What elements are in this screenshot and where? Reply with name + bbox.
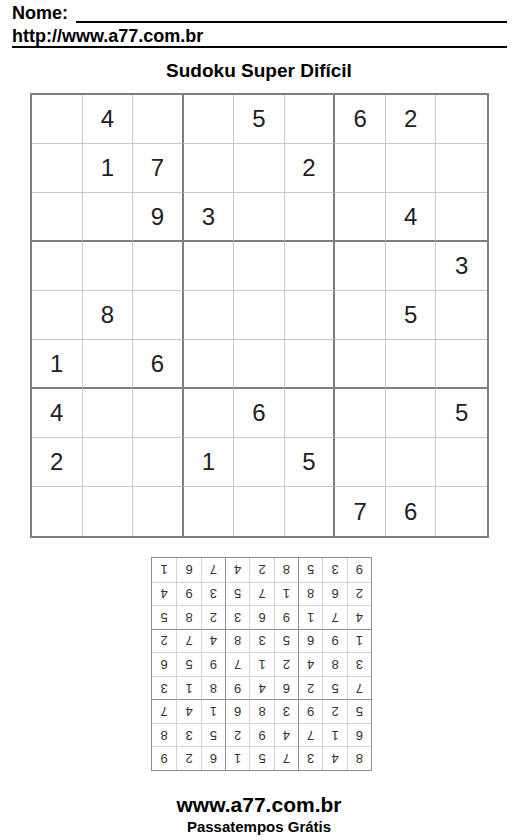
cell-r8c1[interactable]: 2	[32, 438, 83, 487]
solution-cell-r8c5: 7	[249, 582, 273, 606]
solution-cell-r6c8: 7	[176, 629, 200, 653]
cell-r6c8[interactable]	[386, 340, 437, 389]
cell-r1c7[interactable]: 6	[335, 95, 386, 144]
solution-cell-r6c5: 3	[249, 629, 273, 653]
solution-cell-r6c3: 6	[298, 629, 322, 653]
cell-r3c7[interactable]	[335, 193, 386, 242]
solution-cell-r5c9: 6	[152, 652, 176, 676]
solution-cell-r5c6: 7	[225, 652, 249, 676]
cell-r2c4[interactable]	[184, 144, 235, 193]
solution-cell-r9c1: 9	[347, 558, 371, 582]
cell-r7c9[interactable]: 5	[436, 389, 487, 438]
solution-cell-r9c3: 5	[298, 558, 322, 582]
cell-r2c7[interactable]	[335, 144, 386, 193]
cell-r7c5[interactable]: 6	[234, 389, 285, 438]
solution-cell-r4c5: 4	[249, 676, 273, 700]
solution-cell-r8c2: 6	[322, 582, 346, 606]
solution-cell-r4c8: 1	[176, 676, 200, 700]
cell-r5c8[interactable]: 5	[386, 291, 437, 340]
cell-r4c1[interactable]	[32, 242, 83, 291]
cell-r4c7[interactable]	[335, 242, 386, 291]
solution-cell-r6c6: 8	[225, 629, 249, 653]
cell-r4c2[interactable]	[83, 242, 134, 291]
cell-r5c4[interactable]	[184, 291, 235, 340]
solution-cell-r4c9: 3	[152, 676, 176, 700]
solution-cell-r9c4: 8	[274, 558, 298, 582]
cell-r2c1[interactable]	[32, 144, 83, 193]
solution-cell-r8c7: 3	[201, 582, 225, 606]
sudoku-grid: 45621729343851646521576	[30, 93, 489, 538]
solution-cell-r4c1: 7	[347, 676, 371, 700]
solution-cell-r3c7: 1	[201, 699, 225, 723]
solution-cell-r9c7: 7	[201, 558, 225, 582]
cell-r8c6[interactable]: 5	[285, 438, 336, 487]
cell-r2c9[interactable]	[436, 144, 487, 193]
cell-r9c3[interactable]	[133, 487, 184, 536]
solution-cell-r7c7: 2	[201, 605, 225, 629]
cell-r9c8[interactable]: 6	[386, 487, 437, 536]
solution-cell-r7c4: 9	[274, 605, 298, 629]
cell-r3c9[interactable]	[436, 193, 487, 242]
solution-cell-r4c7: 8	[201, 676, 225, 700]
cell-r9c4[interactable]	[184, 487, 235, 536]
solution-cell-r3c2: 2	[322, 699, 346, 723]
cell-r8c3[interactable]	[133, 438, 184, 487]
cell-r3c2[interactable]	[83, 193, 134, 242]
solution-cell-r2c2: 1	[322, 723, 346, 747]
cell-r9c5[interactable]	[234, 487, 285, 536]
cell-r6c2[interactable]	[83, 340, 134, 389]
solution-cell-r8c3: 8	[298, 582, 322, 606]
solution-cell-r4c4: 6	[274, 676, 298, 700]
cell-r4c8[interactable]	[386, 242, 437, 291]
cell-r2c2[interactable]: 1	[83, 144, 134, 193]
solution-cell-r1c2: 4	[322, 746, 346, 770]
cell-r1c1[interactable]	[32, 95, 83, 144]
solution-cell-r4c3: 2	[298, 676, 322, 700]
cell-r3c4[interactable]: 3	[184, 193, 235, 242]
solution-cell-r1c3: 3	[298, 746, 322, 770]
solution-cell-r3c9: 7	[152, 699, 176, 723]
solution-cell-r1c8: 2	[176, 746, 200, 770]
cell-r2c3[interactable]: 7	[133, 144, 184, 193]
solution-cell-r7c3: 1	[298, 605, 322, 629]
solution-cell-r9c8: 6	[176, 558, 200, 582]
cell-r8c9[interactable]	[436, 438, 487, 487]
cell-r3c8[interactable]: 4	[386, 193, 437, 242]
cell-r4c4[interactable]	[184, 242, 235, 291]
solution-cell-r2c3: 7	[298, 723, 322, 747]
cell-r5c5[interactable]	[234, 291, 285, 340]
cell-r1c3[interactable]	[133, 95, 184, 144]
cell-r3c6[interactable]	[285, 193, 336, 242]
solution-cell-r6c2: 9	[322, 629, 346, 653]
solution-cell-r7c6: 3	[225, 605, 249, 629]
solution-cell-r8c8: 9	[176, 582, 200, 606]
cell-r5c6[interactable]	[285, 291, 336, 340]
solution-cell-r7c2: 7	[322, 605, 346, 629]
solution-cell-r9c6: 4	[225, 558, 249, 582]
solution-cell-r1c6: 1	[225, 746, 249, 770]
cell-r3c5[interactable]	[234, 193, 285, 242]
solution-cell-r9c2: 3	[322, 558, 346, 582]
cell-r9c7[interactable]: 7	[335, 487, 386, 536]
solution-cell-r5c1: 3	[347, 652, 371, 676]
cell-r7c2[interactable]	[83, 389, 134, 438]
solution-cell-r1c1: 8	[347, 746, 371, 770]
cell-r9c1[interactable]	[32, 487, 83, 536]
solution-cell-r1c7: 6	[201, 746, 225, 770]
solution-cell-r2c9: 8	[152, 723, 176, 747]
cell-r7c6[interactable]	[285, 389, 336, 438]
solution-cell-r5c7: 9	[201, 652, 225, 676]
cell-r6c6[interactable]	[285, 340, 336, 389]
solution-cell-r8c4: 1	[274, 582, 298, 606]
solution-cell-r3c6: 6	[225, 699, 249, 723]
header-divider	[12, 46, 507, 48]
solution-cell-r9c5: 2	[249, 558, 273, 582]
solution-cell-r2c7: 5	[201, 723, 225, 747]
footer-site-url: www.a77.com.br	[0, 793, 518, 817]
solution-cell-r5c2: 8	[322, 652, 346, 676]
solution-cell-r2c4: 4	[274, 723, 298, 747]
solution-cell-r6c4: 5	[274, 629, 298, 653]
cell-r1c9[interactable]	[436, 95, 487, 144]
cell-r1c5[interactable]: 5	[234, 95, 285, 144]
cell-r2c8[interactable]	[386, 144, 437, 193]
cell-r7c8[interactable]	[386, 389, 437, 438]
cell-r9c9[interactable]	[436, 487, 487, 536]
cell-r9c2[interactable]	[83, 487, 134, 536]
cell-r6c3[interactable]: 6	[133, 340, 184, 389]
solution-cell-r1c4: 7	[274, 746, 298, 770]
solution-cell-r4c2: 5	[322, 676, 346, 700]
solution-cell-r7c8: 8	[176, 605, 200, 629]
cell-r4c3[interactable]	[133, 242, 184, 291]
cell-r4c6[interactable]	[285, 242, 336, 291]
solution-cell-r7c9: 5	[152, 605, 176, 629]
cell-r3c1[interactable]	[32, 193, 83, 242]
cell-r6c7[interactable]	[335, 340, 386, 389]
cell-r6c5[interactable]	[234, 340, 285, 389]
page-title: Sudoku Super Difícil	[0, 60, 518, 82]
cell-r8c7[interactable]	[335, 438, 386, 487]
cell-r5c7[interactable]	[335, 291, 386, 340]
solution-cell-r9c9: 1	[152, 558, 176, 582]
solution-cell-r5c4: 2	[274, 652, 298, 676]
footer-tagline: Passatempos Grátis	[0, 818, 518, 835]
solution-cell-r2c8: 3	[176, 723, 200, 747]
solution-cell-r2c1: 6	[347, 723, 371, 747]
solution-cell-r3c8: 4	[176, 699, 200, 723]
cell-r8c8[interactable]	[386, 438, 437, 487]
solution-cell-r5c3: 4	[298, 652, 322, 676]
cell-r2c6[interactable]: 2	[285, 144, 336, 193]
cell-r5c9[interactable]	[436, 291, 487, 340]
cell-r6c9[interactable]	[436, 340, 487, 389]
solution-cell-r7c5: 6	[249, 605, 273, 629]
cell-r1c2[interactable]: 4	[83, 95, 134, 144]
solution-cell-r2c6: 2	[225, 723, 249, 747]
solution-cell-r6c9: 2	[152, 629, 176, 653]
cell-r3c3[interactable]: 9	[133, 193, 184, 242]
solution-cell-r2c5: 9	[249, 723, 273, 747]
cell-r5c1[interactable]	[32, 291, 83, 340]
solution-cell-r8c9: 4	[152, 582, 176, 606]
cell-r6c4[interactable]	[184, 340, 235, 389]
cell-r7c3[interactable]	[133, 389, 184, 438]
solution-cell-r8c1: 2	[347, 582, 371, 606]
solution-cell-r5c5: 1	[249, 652, 273, 676]
solution-cell-r6c1: 1	[347, 629, 371, 653]
solution-cell-r7c1: 4	[347, 605, 371, 629]
solution-cell-r3c5: 8	[249, 699, 273, 723]
cell-r5c2[interactable]: 8	[83, 291, 134, 340]
solution-cell-r8c6: 5	[225, 582, 249, 606]
cell-r2c5[interactable]	[234, 144, 285, 193]
solution-cell-r5c8: 5	[176, 652, 200, 676]
name-label: Nome:	[12, 3, 68, 24]
solution-cell-r1c9: 9	[152, 746, 176, 770]
site-url-text: http://www.a77.com.br	[12, 26, 203, 47]
cell-r7c4[interactable]	[184, 389, 235, 438]
cell-r4c9[interactable]: 3	[436, 242, 487, 291]
solution-cell-r4c6: 9	[225, 676, 249, 700]
name-blank-line	[76, 21, 507, 23]
cell-r9c6[interactable]	[285, 487, 336, 536]
cell-r1c4[interactable]	[184, 95, 235, 144]
solution-cell-r3c1: 5	[347, 699, 371, 723]
cell-r1c8[interactable]: 2	[386, 95, 437, 144]
solution-cell-r3c3: 9	[298, 699, 322, 723]
solution-grid-upside-down: 8437516296174925385293861477526498133842…	[151, 557, 372, 771]
cell-r8c4[interactable]: 1	[184, 438, 235, 487]
cell-r1c6[interactable]	[285, 95, 336, 144]
cell-r8c2[interactable]	[83, 438, 134, 487]
cell-r5c3[interactable]	[133, 291, 184, 340]
cell-r4c5[interactable]	[234, 242, 285, 291]
cell-r8c5[interactable]	[234, 438, 285, 487]
cell-r6c1[interactable]: 1	[32, 340, 83, 389]
solution-cell-r6c7: 4	[201, 629, 225, 653]
solution-cell-r1c5: 5	[249, 746, 273, 770]
solution-cell-r3c4: 3	[274, 699, 298, 723]
cell-r7c7[interactable]	[335, 389, 386, 438]
cell-r7c1[interactable]: 4	[32, 389, 83, 438]
